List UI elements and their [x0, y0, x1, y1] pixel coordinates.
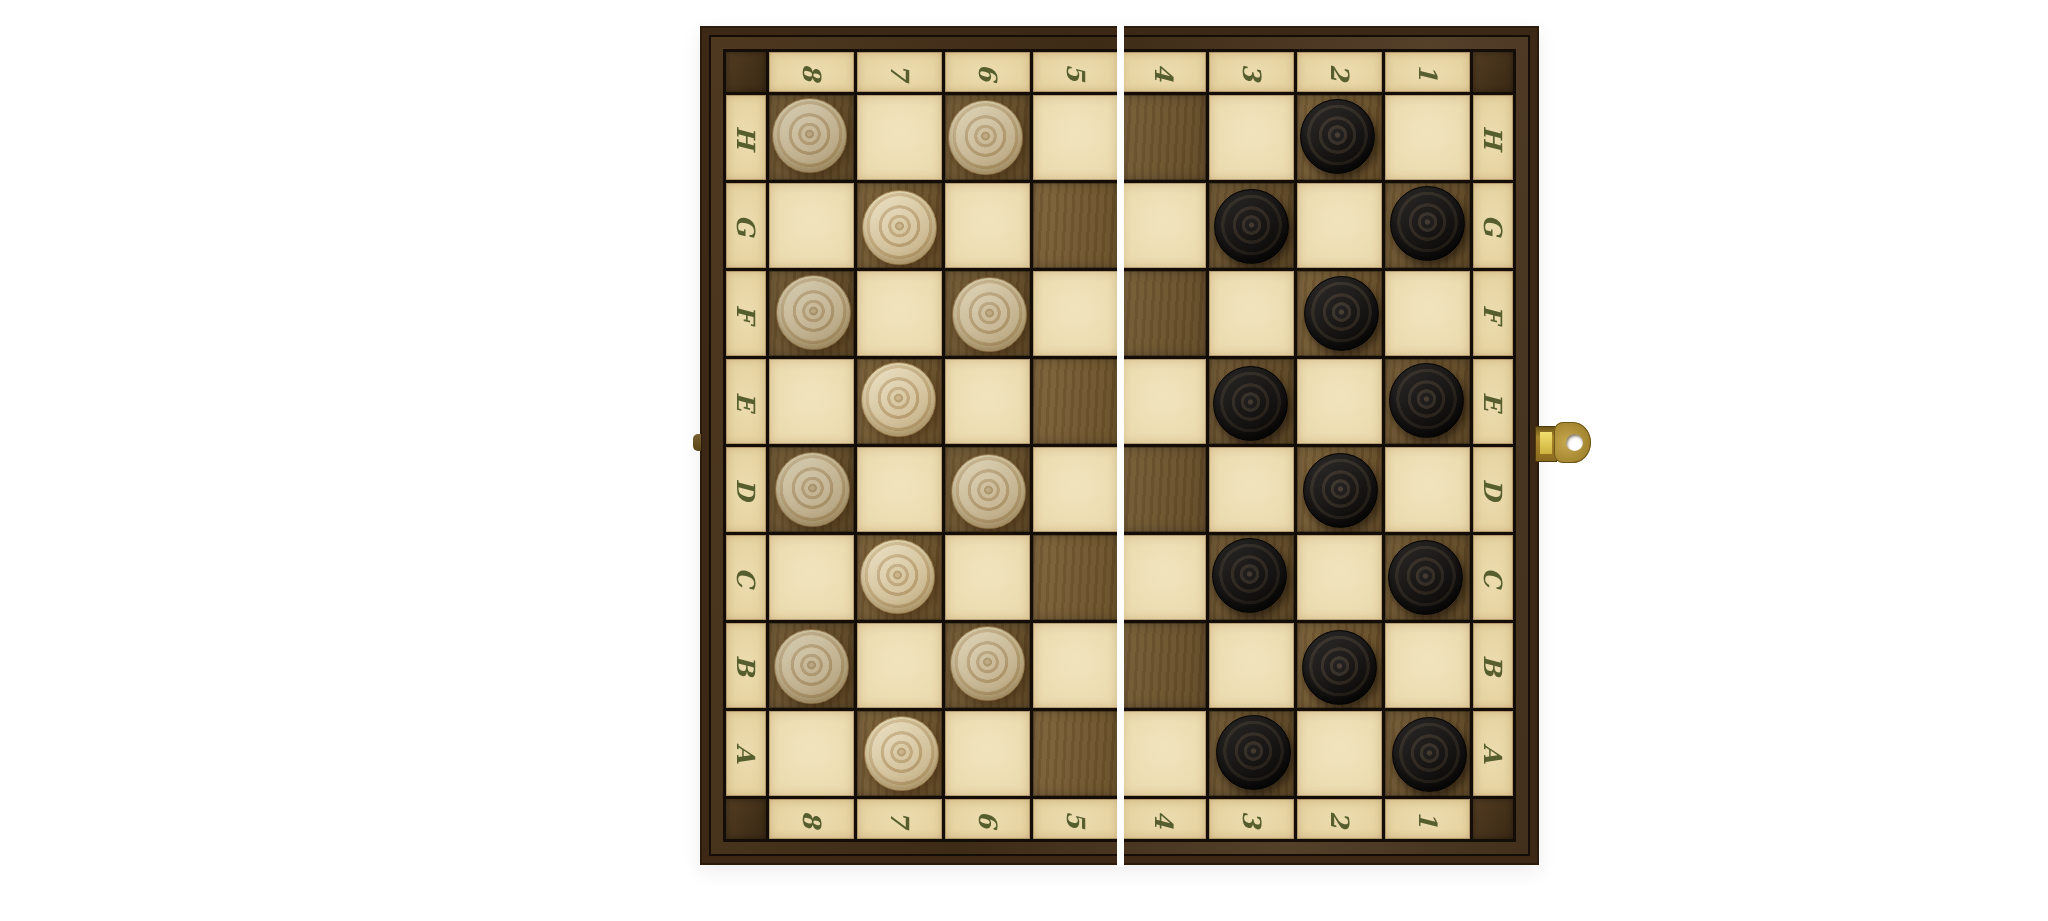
- label-bottom-cell: 2: [1297, 799, 1382, 839]
- square-b1[interactable]: [1385, 623, 1470, 708]
- checker-white-d6[interactable]: [951, 454, 1026, 529]
- square-a4[interactable]: [1121, 711, 1206, 796]
- checker-white-c7[interactable]: [860, 539, 935, 614]
- square-c6[interactable]: [945, 535, 1030, 620]
- label-bottom-cell: 8: [769, 799, 854, 839]
- square-g3[interactable]: [1209, 183, 1294, 268]
- square-e4[interactable]: [1121, 359, 1206, 444]
- square-e8[interactable]: [769, 359, 854, 444]
- checker-white-h6[interactable]: [948, 100, 1023, 175]
- label-left-cell: E: [726, 359, 766, 444]
- square-g5[interactable]: [1033, 183, 1118, 268]
- square-e6[interactable]: [945, 359, 1030, 444]
- square-c1[interactable]: [1385, 535, 1470, 620]
- label-top-text: 7: [887, 63, 912, 80]
- square-d7[interactable]: [857, 447, 942, 532]
- checker-black-a3[interactable]: [1216, 715, 1291, 790]
- label-left-cell: C: [726, 535, 766, 620]
- square-e2[interactable]: [1297, 359, 1382, 444]
- label-right-text: G: [1480, 215, 1505, 236]
- label-top-text: 4: [1151, 63, 1176, 80]
- label-top-cell: 6: [945, 52, 1030, 92]
- checker-white-g7[interactable]: [862, 190, 937, 265]
- label-right-cell: G: [1473, 183, 1513, 268]
- square-b2[interactable]: [1297, 623, 1382, 708]
- square-a1[interactable]: [1385, 711, 1470, 796]
- label-left-text: A: [734, 744, 759, 763]
- checker-black-a1[interactable]: [1392, 717, 1467, 792]
- brass-clasp: [1535, 420, 1593, 466]
- square-b8[interactable]: [769, 623, 854, 708]
- label-top-cell: 8: [769, 52, 854, 92]
- square-a2[interactable]: [1297, 711, 1382, 796]
- square-h7[interactable]: [857, 95, 942, 180]
- photo-background: 87654321HHGGFFEEDDCCBBAA87654321: [0, 0, 2048, 921]
- square-h8[interactable]: [769, 95, 854, 180]
- square-a6[interactable]: [945, 711, 1030, 796]
- label-right-cell: H: [1473, 95, 1513, 180]
- label-left-cell: D: [726, 447, 766, 532]
- square-a3[interactable]: [1209, 711, 1294, 796]
- checkers-board: 87654321HHGGFFEEDDCCBBAA87654321: [700, 26, 1539, 865]
- square-g1[interactable]: [1385, 183, 1470, 268]
- square-h3[interactable]: [1209, 95, 1294, 180]
- square-g8[interactable]: [769, 183, 854, 268]
- label-top-text: 5: [1063, 63, 1088, 80]
- label-bottom-text: 4: [1151, 810, 1176, 827]
- label-top-cell: 7: [857, 52, 942, 92]
- label-left-cell: G: [726, 183, 766, 268]
- square-h6[interactable]: [945, 95, 1030, 180]
- checker-white-d8[interactable]: [775, 452, 850, 527]
- checker-white-f6[interactable]: [952, 277, 1027, 352]
- label-right-cell: C: [1473, 535, 1513, 620]
- square-c8[interactable]: [769, 535, 854, 620]
- label-right-text: F: [1481, 305, 1506, 323]
- frame-corner: [726, 52, 766, 92]
- square-g7[interactable]: [857, 183, 942, 268]
- label-left-text: H: [734, 126, 759, 150]
- square-d4[interactable]: [1121, 447, 1206, 532]
- checker-black-f2[interactable]: [1304, 276, 1379, 351]
- square-b4[interactable]: [1121, 623, 1206, 708]
- checker-white-e7[interactable]: [861, 362, 936, 437]
- label-right-text: B: [1480, 655, 1505, 676]
- label-bottom-cell: 7: [857, 799, 942, 839]
- label-top-text: 3: [1239, 63, 1264, 80]
- label-bottom-cell: 1: [1385, 799, 1470, 839]
- label-bottom-cell: 6: [945, 799, 1030, 839]
- label-left-cell: H: [726, 95, 766, 180]
- label-right-text: D: [1481, 479, 1506, 501]
- label-bottom-text: 6: [975, 810, 1000, 827]
- label-left-cell: F: [726, 271, 766, 356]
- checker-black-g3[interactable]: [1214, 189, 1289, 264]
- square-a5[interactable]: [1033, 711, 1118, 796]
- label-bottom-text: 1: [1415, 810, 1440, 827]
- label-bottom-cell: 5: [1033, 799, 1118, 839]
- square-h1[interactable]: [1385, 95, 1470, 180]
- square-f4[interactable]: [1121, 271, 1206, 356]
- label-left-text: C: [734, 568, 759, 588]
- checker-black-d2[interactable]: [1303, 453, 1378, 528]
- label-right-cell: E: [1473, 359, 1513, 444]
- square-f2[interactable]: [1297, 271, 1382, 356]
- label-top-text: 1: [1415, 63, 1440, 80]
- square-g4[interactable]: [1121, 183, 1206, 268]
- square-a8[interactable]: [769, 711, 854, 796]
- square-f1[interactable]: [1385, 271, 1470, 356]
- label-left-text: D: [734, 479, 759, 501]
- checker-black-g1[interactable]: [1390, 186, 1465, 261]
- label-left-text: G: [733, 215, 758, 236]
- square-b5[interactable]: [1033, 623, 1118, 708]
- checker-black-b2[interactable]: [1302, 630, 1377, 705]
- square-e1[interactable]: [1385, 359, 1470, 444]
- checker-black-c1[interactable]: [1388, 540, 1463, 615]
- label-top-text: 8: [799, 63, 824, 80]
- square-f6[interactable]: [945, 271, 1030, 356]
- square-d5[interactable]: [1033, 447, 1118, 532]
- square-h2[interactable]: [1297, 95, 1382, 180]
- label-bottom-text: 3: [1239, 810, 1264, 827]
- square-g6[interactable]: [945, 183, 1030, 268]
- frame-corner: [1473, 799, 1513, 839]
- square-h4[interactable]: [1121, 95, 1206, 180]
- checker-black-c3[interactable]: [1212, 538, 1287, 613]
- square-c2[interactable]: [1297, 535, 1382, 620]
- label-left-cell: A: [726, 711, 766, 796]
- square-b3[interactable]: [1209, 623, 1294, 708]
- square-d1[interactable]: [1385, 447, 1470, 532]
- checker-white-h8[interactable]: [772, 98, 847, 173]
- board-fold-seam: [1117, 24, 1124, 867]
- label-bottom-text: 8: [799, 810, 824, 827]
- square-b7[interactable]: [857, 623, 942, 708]
- square-d6[interactable]: [945, 447, 1030, 532]
- square-g2[interactable]: [1297, 183, 1382, 268]
- label-top-text: 2: [1327, 63, 1352, 80]
- square-c7[interactable]: [857, 535, 942, 620]
- label-right-cell: F: [1473, 271, 1513, 356]
- square-c5[interactable]: [1033, 535, 1118, 620]
- square-f8[interactable]: [769, 271, 854, 356]
- square-f7[interactable]: [857, 271, 942, 356]
- square-c4[interactable]: [1121, 535, 1206, 620]
- label-left-text: F: [734, 305, 759, 323]
- label-right-text: A: [1481, 744, 1506, 763]
- checker-black-e1[interactable]: [1389, 363, 1464, 438]
- left-clasp-pin: [693, 434, 701, 451]
- square-h5[interactable]: [1033, 95, 1118, 180]
- frame-corner: [1473, 52, 1513, 92]
- square-d2[interactable]: [1297, 447, 1382, 532]
- square-d8[interactable]: [769, 447, 854, 532]
- checker-white-b6[interactable]: [950, 626, 1025, 701]
- label-right-cell: B: [1473, 623, 1513, 708]
- square-f5[interactable]: [1033, 271, 1118, 356]
- label-bottom-cell: 3: [1209, 799, 1294, 839]
- label-right-text: H: [1481, 126, 1506, 150]
- square-d3[interactable]: [1209, 447, 1294, 532]
- square-e3[interactable]: [1209, 359, 1294, 444]
- label-left-text: B: [733, 655, 758, 676]
- label-right-text: C: [1481, 568, 1506, 588]
- checker-white-b8[interactable]: [774, 629, 849, 704]
- square-e5[interactable]: [1033, 359, 1118, 444]
- label-top-cell: 3: [1209, 52, 1294, 92]
- label-top-cell: 4: [1121, 52, 1206, 92]
- label-top-text: 6: [975, 63, 1000, 80]
- square-e7[interactable]: [857, 359, 942, 444]
- label-right-text: E: [1481, 392, 1506, 411]
- label-bottom-cell: 4: [1121, 799, 1206, 839]
- clasp-ring-hole: [1566, 434, 1583, 451]
- label-left-text: E: [734, 392, 759, 411]
- square-a7[interactable]: [857, 711, 942, 796]
- label-right-cell: A: [1473, 711, 1513, 796]
- label-top-cell: 5: [1033, 52, 1118, 92]
- square-c3[interactable]: [1209, 535, 1294, 620]
- label-left-cell: B: [726, 623, 766, 708]
- label-bottom-text: 2: [1327, 810, 1352, 827]
- frame-corner: [726, 799, 766, 839]
- checker-black-h2[interactable]: [1300, 99, 1375, 174]
- square-b6[interactable]: [945, 623, 1030, 708]
- square-f3[interactable]: [1209, 271, 1294, 356]
- label-right-cell: D: [1473, 447, 1513, 532]
- label-bottom-text: 7: [887, 810, 912, 827]
- label-top-cell: 1: [1385, 52, 1470, 92]
- label-bottom-text: 5: [1063, 810, 1088, 827]
- checker-white-f8[interactable]: [776, 275, 851, 350]
- label-top-cell: 2: [1297, 52, 1382, 92]
- checker-black-e3[interactable]: [1213, 366, 1288, 441]
- checker-white-a7[interactable]: [864, 716, 939, 791]
- clasp-slide: [1540, 432, 1552, 454]
